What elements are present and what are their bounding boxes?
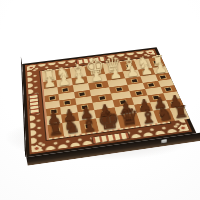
chess-board: ♜♞♝♚♛♝♞♜♟♟♟♟♟♟♟♟♟♟♟♟♟♟♟♟♜♞♝♚♛♝♞♜	[22, 47, 196, 157]
square-f8[interactable]: ♝	[79, 118, 99, 134]
square-e8[interactable]: ♚	[96, 115, 121, 131]
black-knight[interactable]: ♞	[156, 106, 174, 123]
board-grid: ♜♞♝♚♛♝♞♜♟♟♟♟♟♟♟♟♟♟♟♟♟♟♟♟♜♞♝♚♛♝♞♜	[42, 59, 167, 138]
black-rook[interactable]: ♜	[172, 105, 189, 121]
clasp-latch-icon[interactable]	[161, 139, 167, 143]
frame-medallion-bottom	[91, 132, 130, 144]
square-h8[interactable]: ♜	[47, 123, 64, 139]
frame-medallion-left	[28, 93, 40, 115]
square-g8[interactable]: ♞	[63, 121, 82, 137]
frame-corner-motif	[27, 65, 36, 70]
frame-corner-motif	[178, 125, 189, 132]
square-d4[interactable]	[109, 85, 129, 94]
square-h2[interactable]: ♟	[43, 80, 58, 89]
black-king[interactable]: ♚	[96, 108, 121, 131]
square-c8[interactable]: ♝	[137, 110, 158, 125]
square-e4[interactable]	[89, 87, 111, 96]
black-queen[interactable]: ♛	[118, 107, 140, 128]
board-perspective-stage: ♜♞♝♚♛♝♞♜♟♟♟♟♟♟♟♟♟♟♟♟♟♟♟♟♜♞♝♚♛♝♞♜	[19, 14, 181, 176]
black-bishop[interactable]: ♝	[139, 107, 158, 125]
square-d3[interactable]	[108, 79, 128, 88]
black-rook[interactable]: ♜	[47, 122, 65, 138]
chess-set-photo: ♜♞♝♚♛♝♞♜♟♟♟♟♟♟♟♟♟♟♟♟♟♟♟♟♜♞♝♚♛♝♞♜	[0, 0, 200, 200]
board-inner-border: ♜♞♝♚♛♝♞♜♟♟♟♟♟♟♟♟♟♟♟♟♟♟♟♟♜♞♝♚♛♝♞♜	[39, 57, 171, 140]
black-knight[interactable]: ♞	[63, 119, 82, 136]
black-bishop[interactable]: ♝	[79, 116, 99, 134]
frame-corner-motif	[31, 145, 42, 152]
square-f4[interactable]	[74, 90, 91, 99]
